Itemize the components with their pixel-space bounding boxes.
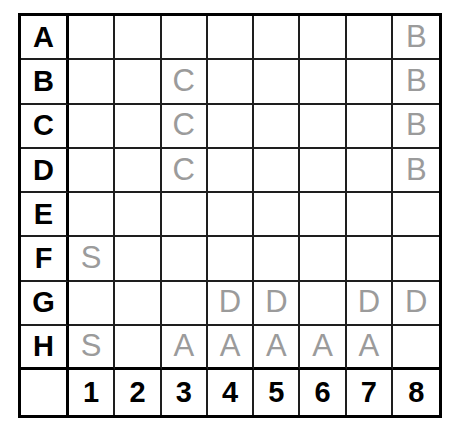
row-label-E: E [21, 193, 69, 237]
cell-E3[interactable] [162, 193, 208, 237]
cell-D4[interactable] [208, 149, 254, 193]
col-label-2: 2 [115, 370, 161, 414]
cell-B2[interactable] [115, 60, 161, 104]
cell-A5[interactable] [254, 16, 300, 60]
letter-A: A [173, 330, 194, 361]
row-label-C: C [21, 105, 69, 149]
cell-H7[interactable]: A [347, 326, 393, 370]
letter-A: A [220, 330, 241, 361]
cell-H2[interactable] [115, 326, 161, 370]
cell-C7[interactable] [347, 105, 393, 149]
cell-F6[interactable] [300, 237, 346, 281]
cell-E7[interactable] [347, 193, 393, 237]
cell-G2[interactable] [115, 282, 161, 326]
cell-C6[interactable] [300, 105, 346, 149]
letter-D: D [358, 286, 380, 317]
letter-C: C [173, 65, 195, 96]
cell-D8[interactable]: B [393, 149, 439, 193]
letter-B: B [406, 65, 427, 96]
cell-C4[interactable] [208, 105, 254, 149]
cell-D1[interactable] [69, 149, 115, 193]
cell-H4[interactable]: A [208, 326, 254, 370]
cell-D6[interactable] [300, 149, 346, 193]
cell-C3[interactable]: C [162, 105, 208, 149]
letter-D: D [219, 286, 241, 317]
cell-A3[interactable] [162, 16, 208, 60]
cell-G8[interactable]: D [393, 282, 439, 326]
letter-D: D [265, 286, 287, 317]
letter-A: A [359, 330, 380, 361]
battleship-board: ABBCBCCBDCBEFSGDDDDHSAAAAA12345678 [18, 13, 442, 418]
letter-D: D [405, 286, 427, 317]
cell-H3[interactable]: A [162, 326, 208, 370]
row-label-F: F [21, 237, 69, 281]
cell-A1[interactable] [69, 16, 115, 60]
cell-B1[interactable] [69, 60, 115, 104]
cell-F5[interactable] [254, 237, 300, 281]
letter-B: B [406, 21, 427, 52]
cell-B8[interactable]: B [393, 60, 439, 104]
row-label-G: G [21, 282, 69, 326]
cell-G4[interactable]: D [208, 282, 254, 326]
col-label-3: 3 [162, 370, 208, 414]
col-label-1: 1 [69, 370, 115, 414]
corner-cell [21, 370, 69, 414]
col-label-7: 7 [347, 370, 393, 414]
cell-F1[interactable]: S [69, 237, 115, 281]
cell-G6[interactable] [300, 282, 346, 326]
cell-B6[interactable] [300, 60, 346, 104]
cell-C2[interactable] [115, 105, 161, 149]
cell-G5[interactable]: D [254, 282, 300, 326]
cell-A8[interactable]: B [393, 16, 439, 60]
cell-E8[interactable] [393, 193, 439, 237]
cell-G7[interactable]: D [347, 282, 393, 326]
letter-C: C [173, 109, 195, 140]
row-label-A: A [21, 16, 69, 60]
cell-D3[interactable]: C [162, 149, 208, 193]
cell-F7[interactable] [347, 237, 393, 281]
cell-H1[interactable]: S [69, 326, 115, 370]
cell-B3[interactable]: C [162, 60, 208, 104]
cell-F8[interactable] [393, 237, 439, 281]
cell-E2[interactable] [115, 193, 161, 237]
cell-E5[interactable] [254, 193, 300, 237]
cell-G1[interactable] [69, 282, 115, 326]
cell-A7[interactable] [347, 16, 393, 60]
row-label-H: H [21, 326, 69, 370]
row-label-B: B [21, 60, 69, 104]
cell-H6[interactable]: A [300, 326, 346, 370]
cell-H5[interactable]: A [254, 326, 300, 370]
cell-F4[interactable] [208, 237, 254, 281]
cell-A2[interactable] [115, 16, 161, 60]
battleship-puzzle: ABBCBCCBDCBEFSGDDDDHSAAAAA12345678 [0, 0, 460, 432]
letter-B: B [406, 154, 427, 185]
cell-E6[interactable] [300, 193, 346, 237]
col-label-5: 5 [254, 370, 300, 414]
col-label-6: 6 [300, 370, 346, 414]
cell-E1[interactable] [69, 193, 115, 237]
cell-D2[interactable] [115, 149, 161, 193]
cell-H8[interactable] [393, 326, 439, 370]
cell-D5[interactable] [254, 149, 300, 193]
cell-A4[interactable] [208, 16, 254, 60]
letter-A: A [266, 330, 287, 361]
row-label-D: D [21, 149, 69, 193]
letter-C: C [173, 154, 195, 185]
cell-B4[interactable] [208, 60, 254, 104]
letter-S: S [81, 242, 102, 273]
letter-A: A [312, 330, 333, 361]
cell-F2[interactable] [115, 237, 161, 281]
col-label-8: 8 [393, 370, 439, 414]
cell-F3[interactable] [162, 237, 208, 281]
letter-S: S [81, 330, 102, 361]
cell-B7[interactable] [347, 60, 393, 104]
cell-E4[interactable] [208, 193, 254, 237]
cell-D7[interactable] [347, 149, 393, 193]
cell-A6[interactable] [300, 16, 346, 60]
cell-C8[interactable]: B [393, 105, 439, 149]
cell-G3[interactable] [162, 282, 208, 326]
cell-C1[interactable] [69, 105, 115, 149]
col-label-4: 4 [208, 370, 254, 414]
cell-C5[interactable] [254, 105, 300, 149]
cell-B5[interactable] [254, 60, 300, 104]
letter-B: B [406, 109, 427, 140]
